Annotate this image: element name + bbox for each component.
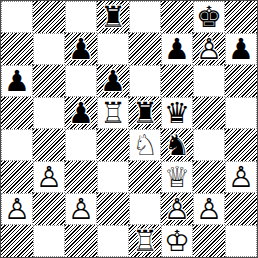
square-e2[interactable] xyxy=(129,193,161,225)
white-pawn-piece: ♙ xyxy=(34,162,64,192)
square-g1[interactable] xyxy=(193,225,225,257)
black-knight-fill: ♞ xyxy=(161,129,193,161)
square-h8[interactable] xyxy=(225,1,257,33)
square-g5[interactable] xyxy=(193,97,225,129)
square-f2[interactable]: ♟♙ xyxy=(161,193,193,225)
square-f3[interactable]: ♛♕ xyxy=(161,161,193,193)
white-pawn-piece: ♙ xyxy=(161,193,193,225)
square-e1[interactable]: ♜♖ xyxy=(129,225,161,257)
square-a2[interactable]: ♟♙ xyxy=(1,193,33,225)
white-rook-piece: ♖ xyxy=(129,225,161,257)
white-rook-piece: ♖ xyxy=(98,98,128,128)
black-pawn-fill: ♟ xyxy=(226,34,256,64)
white-pawn-fill: ♟ xyxy=(66,194,96,224)
black-pawn-fill: ♟ xyxy=(97,65,129,97)
square-f5[interactable]: ♛♛ xyxy=(161,97,193,129)
black-pawn-piece: ♟ xyxy=(226,34,256,64)
square-d7[interactable] xyxy=(97,33,129,65)
square-b2[interactable] xyxy=(33,193,65,225)
square-d5[interactable]: ♜♖ xyxy=(97,97,129,129)
white-pawn-fill: ♟ xyxy=(34,162,64,192)
square-d2[interactable] xyxy=(97,193,129,225)
square-g6[interactable] xyxy=(193,65,225,97)
square-a3[interactable] xyxy=(1,161,33,193)
square-f1[interactable]: ♚♔ xyxy=(161,225,193,257)
white-queen-fill: ♛ xyxy=(162,162,192,192)
square-c5[interactable]: ♟♟ xyxy=(65,97,97,129)
black-rook-fill: ♜ xyxy=(97,1,129,33)
white-pawn-fill: ♟ xyxy=(161,193,193,225)
black-rook-piece: ♜ xyxy=(129,97,161,129)
black-queen-fill: ♛ xyxy=(162,98,192,128)
square-d4[interactable] xyxy=(97,129,129,161)
square-h2[interactable] xyxy=(225,193,257,225)
square-f4[interactable]: ♞♞ xyxy=(161,129,193,161)
square-b1[interactable] xyxy=(33,225,65,257)
black-king-piece: ♚ xyxy=(194,2,224,32)
square-d8[interactable]: ♜♜ xyxy=(97,1,129,33)
square-f8[interactable] xyxy=(161,1,193,33)
black-pawn-piece: ♟ xyxy=(2,66,32,96)
square-a8[interactable] xyxy=(1,1,33,33)
square-c8[interactable] xyxy=(65,1,97,33)
square-c4[interactable] xyxy=(65,129,97,161)
square-f7[interactable]: ♟♟ xyxy=(161,33,193,65)
square-b5[interactable] xyxy=(33,97,65,129)
white-pawn-fill: ♟ xyxy=(2,194,32,224)
white-rook-fill: ♜ xyxy=(129,225,161,257)
white-pawn-piece: ♙ xyxy=(193,33,225,65)
square-e5[interactable]: ♜♜ xyxy=(129,97,161,129)
square-h6[interactable] xyxy=(225,65,257,97)
white-knight-piece: ♘ xyxy=(130,130,160,160)
square-b7[interactable] xyxy=(33,33,65,65)
square-d6[interactable]: ♟♟ xyxy=(97,65,129,97)
black-pawn-fill: ♟ xyxy=(2,66,32,96)
square-e4[interactable]: ♞♘ xyxy=(129,129,161,161)
chess-board: ♜♜♚♚♟♟♟♟♟♙♟♟♟♟♟♟♟♟♜♖♜♜♛♛♞♘♞♞♟♙♛♕♟♙♟♙♟♙♟♙… xyxy=(0,0,258,258)
white-pawn-piece: ♙ xyxy=(66,194,96,224)
square-h3[interactable]: ♟♙ xyxy=(225,161,257,193)
square-g4[interactable] xyxy=(193,129,225,161)
square-a7[interactable] xyxy=(1,33,33,65)
square-a1[interactable] xyxy=(1,225,33,257)
white-pawn-piece: ♙ xyxy=(194,194,224,224)
square-b3[interactable]: ♟♙ xyxy=(33,161,65,193)
square-e7[interactable] xyxy=(129,33,161,65)
square-a4[interactable] xyxy=(1,129,33,161)
square-h7[interactable]: ♟♟ xyxy=(225,33,257,65)
black-pawn-piece: ♟ xyxy=(97,65,129,97)
white-pawn-fill: ♟ xyxy=(194,194,224,224)
square-b6[interactable] xyxy=(33,65,65,97)
square-h5[interactable] xyxy=(225,97,257,129)
black-pawn-fill: ♟ xyxy=(65,33,97,65)
white-pawn-piece: ♙ xyxy=(226,162,256,192)
square-c2[interactable]: ♟♙ xyxy=(65,193,97,225)
square-d1[interactable] xyxy=(97,225,129,257)
black-pawn-piece: ♟ xyxy=(65,97,97,129)
white-rook-fill: ♜ xyxy=(98,98,128,128)
square-f6[interactable] xyxy=(161,65,193,97)
black-pawn-fill: ♟ xyxy=(162,34,192,64)
square-e8[interactable] xyxy=(129,1,161,33)
square-a6[interactable]: ♟♟ xyxy=(1,65,33,97)
square-c7[interactable]: ♟♟ xyxy=(65,33,97,65)
square-c1[interactable] xyxy=(65,225,97,257)
square-b4[interactable] xyxy=(33,129,65,161)
white-pawn-piece: ♙ xyxy=(2,194,32,224)
black-queen-piece: ♛ xyxy=(162,98,192,128)
white-pawn-fill: ♟ xyxy=(226,162,256,192)
black-knight-piece: ♞ xyxy=(161,129,193,161)
white-king-fill: ♚ xyxy=(162,226,192,256)
square-h4[interactable] xyxy=(225,129,257,161)
square-d3[interactable] xyxy=(97,161,129,193)
white-king-piece: ♔ xyxy=(162,226,192,256)
white-queen-piece: ♕ xyxy=(162,162,192,192)
square-b8[interactable] xyxy=(33,1,65,33)
black-rook-fill: ♜ xyxy=(129,97,161,129)
black-king-fill: ♚ xyxy=(194,2,224,32)
white-knight-fill: ♞ xyxy=(130,130,160,160)
square-g2[interactable]: ♟♙ xyxy=(193,193,225,225)
black-rook-piece: ♜ xyxy=(97,1,129,33)
square-g8[interactable]: ♚♚ xyxy=(193,1,225,33)
square-e3[interactable] xyxy=(129,161,161,193)
square-a5[interactable] xyxy=(1,97,33,129)
square-c3[interactable] xyxy=(65,161,97,193)
black-pawn-piece: ♟ xyxy=(65,33,97,65)
square-c6[interactable] xyxy=(65,65,97,97)
white-pawn-fill: ♟ xyxy=(193,33,225,65)
square-h1[interactable] xyxy=(225,225,257,257)
black-pawn-fill: ♟ xyxy=(65,97,97,129)
square-g7[interactable]: ♟♙ xyxy=(193,33,225,65)
square-g3[interactable] xyxy=(193,161,225,193)
square-e6[interactable] xyxy=(129,65,161,97)
black-pawn-piece: ♟ xyxy=(162,34,192,64)
